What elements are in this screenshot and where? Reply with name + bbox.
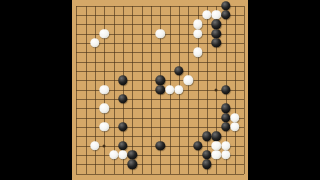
black-stone[interactable] <box>211 29 220 38</box>
white-stone[interactable] <box>109 150 118 159</box>
white-stone[interactable] <box>165 85 174 94</box>
black-stone[interactable] <box>193 141 202 150</box>
black-stone[interactable] <box>221 85 230 94</box>
grid-line-vertical <box>235 6 236 174</box>
white-stone[interactable] <box>221 141 230 150</box>
black-stone[interactable] <box>221 113 230 122</box>
black-stone[interactable] <box>155 85 164 94</box>
left-letterbox <box>0 0 72 180</box>
black-stone[interactable] <box>174 66 183 75</box>
white-stone[interactable] <box>99 29 108 38</box>
black-stone[interactable] <box>118 122 127 131</box>
go-board[interactable] <box>72 0 248 180</box>
white-stone[interactable] <box>221 150 230 159</box>
white-stone[interactable] <box>90 38 99 47</box>
white-stone[interactable] <box>99 122 108 131</box>
black-stone[interactable] <box>118 94 127 103</box>
white-stone[interactable] <box>230 122 239 131</box>
right-letterbox <box>248 0 320 180</box>
white-stone[interactable] <box>183 76 192 85</box>
black-stone[interactable] <box>202 132 211 141</box>
black-stone[interactable] <box>221 10 230 19</box>
black-stone[interactable] <box>211 20 220 29</box>
grid-line-horizontal <box>76 118 244 119</box>
grid-line-vertical <box>244 6 245 174</box>
black-stone[interactable] <box>211 38 220 47</box>
grid-line-horizontal <box>76 174 244 175</box>
grid-line-vertical <box>188 6 189 174</box>
white-stone[interactable] <box>99 85 108 94</box>
grid-line-vertical <box>207 6 208 174</box>
white-stone[interactable] <box>155 29 164 38</box>
white-stone[interactable] <box>90 141 99 150</box>
black-stone[interactable] <box>202 150 211 159</box>
grid-line-horizontal <box>76 99 244 100</box>
hoshi-star-point <box>103 144 106 147</box>
black-stone[interactable] <box>221 1 230 10</box>
black-stone[interactable] <box>221 104 230 113</box>
hoshi-star-point <box>215 88 218 91</box>
white-stone[interactable] <box>99 104 108 113</box>
white-stone[interactable] <box>211 141 220 150</box>
black-stone[interactable] <box>118 76 127 85</box>
black-stone[interactable] <box>202 160 211 169</box>
white-stone[interactable] <box>211 10 220 19</box>
white-stone[interactable] <box>193 48 202 57</box>
white-stone[interactable] <box>230 113 239 122</box>
white-stone[interactable] <box>193 29 202 38</box>
black-stone[interactable] <box>155 76 164 85</box>
screenshot-canvas: { "game": "go", "board": { "size": 19, "… <box>0 0 320 180</box>
white-stone[interactable] <box>118 150 127 159</box>
black-stone[interactable] <box>118 141 127 150</box>
white-stone[interactable] <box>211 150 220 159</box>
black-stone[interactable] <box>127 160 136 169</box>
white-stone[interactable] <box>174 85 183 94</box>
grid-line-horizontal <box>76 164 244 165</box>
white-stone[interactable] <box>202 10 211 19</box>
white-stone[interactable] <box>193 20 202 29</box>
black-stone[interactable] <box>155 141 164 150</box>
black-stone[interactable] <box>211 132 220 141</box>
black-stone[interactable] <box>127 150 136 159</box>
black-stone[interactable] <box>221 122 230 131</box>
